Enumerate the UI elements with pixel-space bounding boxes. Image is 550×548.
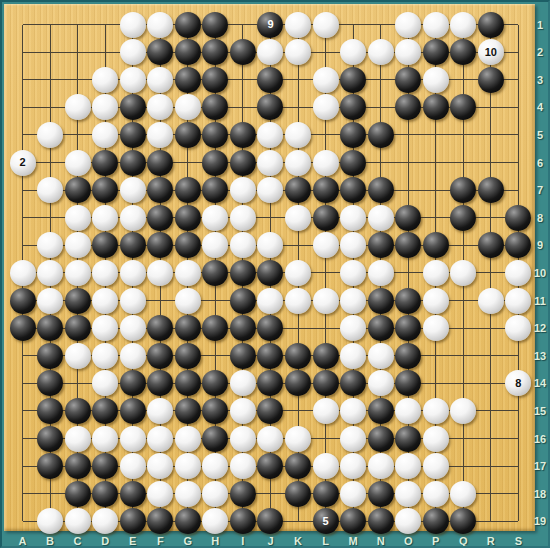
white-stone-J6[interactable] (257, 150, 283, 176)
black-stone-H6[interactable] (202, 150, 228, 176)
white-stone-I15[interactable] (230, 398, 256, 424)
white-stone-J7[interactable] (257, 177, 283, 203)
black-stone-Q8[interactable] (450, 205, 476, 231)
white-stone-J9[interactable] (257, 232, 283, 258)
white-stone-I16[interactable] (230, 426, 256, 452)
col-label-A: A (13, 535, 33, 547)
white-stone-Q10[interactable] (450, 260, 476, 286)
black-stone-B16[interactable] (37, 426, 63, 452)
white-stone-P3[interactable] (423, 67, 449, 93)
row-label-16: 16 (530, 433, 550, 445)
row-label-13: 13 (530, 350, 550, 362)
white-stone-E12[interactable] (120, 315, 146, 341)
black-stone-C17[interactable] (65, 453, 91, 479)
white-stone-G18[interactable] (175, 481, 201, 507)
white-stone-L4[interactable] (313, 94, 339, 120)
black-stone-N9[interactable] (368, 232, 394, 258)
black-stone-N12[interactable] (368, 315, 394, 341)
white-stone-K16[interactable] (285, 426, 311, 452)
white-stone-E13[interactable] (120, 343, 146, 369)
col-label-I: I (233, 535, 253, 547)
black-stone-M14[interactable] (340, 370, 366, 396)
white-stone-J16[interactable] (257, 426, 283, 452)
white-stone-E11[interactable] (120, 288, 146, 314)
black-stone-H1[interactable] (202, 12, 228, 38)
white-stone-O15[interactable] (395, 398, 421, 424)
white-stone-D4[interactable] (92, 94, 118, 120)
grid-line-vertical (490, 25, 491, 522)
white-stone-D11[interactable] (92, 288, 118, 314)
white-stone-C10[interactable] (65, 260, 91, 286)
black-stone-R9[interactable] (478, 232, 504, 258)
black-stone-J13[interactable] (257, 343, 283, 369)
white-stone-B7[interactable] (37, 177, 63, 203)
black-stone-P2[interactable] (423, 39, 449, 65)
row-label-5: 5 (530, 129, 550, 141)
black-stone-Q19[interactable] (450, 508, 476, 534)
white-stone-H8[interactable] (202, 205, 228, 231)
white-stone-F4[interactable] (147, 94, 173, 120)
black-stone-F8[interactable] (147, 205, 173, 231)
white-stone-O1[interactable] (395, 12, 421, 38)
row-label-4: 4 (530, 101, 550, 113)
white-stone-N14[interactable] (368, 370, 394, 396)
black-stone-I12[interactable] (230, 315, 256, 341)
black-stone-B14[interactable] (37, 370, 63, 396)
black-stone-J10[interactable] (257, 260, 283, 286)
white-stone-B9[interactable] (37, 232, 63, 258)
black-stone-G12[interactable] (175, 315, 201, 341)
col-label-K: K (288, 535, 308, 547)
row-label-10: 10 (530, 267, 550, 279)
black-stone-J15[interactable] (257, 398, 283, 424)
black-stone-B15[interactable] (37, 398, 63, 424)
white-stone-C9[interactable] (65, 232, 91, 258)
move-number-label: 10 (485, 47, 497, 58)
black-stone-B13[interactable] (37, 343, 63, 369)
white-stone-S12[interactable] (505, 315, 531, 341)
white-stone-M10[interactable] (340, 260, 366, 286)
white-stone-E8[interactable] (120, 205, 146, 231)
col-label-E: E (123, 535, 143, 547)
white-stone-L3[interactable] (313, 67, 339, 93)
white-stone-D13[interactable] (92, 343, 118, 369)
white-stone-Q18[interactable] (450, 481, 476, 507)
black-stone-A12[interactable] (10, 315, 36, 341)
white-stone-G10[interactable] (175, 260, 201, 286)
white-stone-J2[interactable] (257, 39, 283, 65)
white-stone-D16[interactable] (92, 426, 118, 452)
white-stone-H17[interactable] (202, 453, 228, 479)
white-stone-M13[interactable] (340, 343, 366, 369)
white-stone-L15[interactable] (313, 398, 339, 424)
white-stone-S11[interactable] (505, 288, 531, 314)
black-stone-H12[interactable] (202, 315, 228, 341)
black-stone-F9[interactable] (147, 232, 173, 258)
black-stone-G15[interactable] (175, 398, 201, 424)
black-stone-M4[interactable] (340, 94, 366, 120)
black-stone-H3[interactable] (202, 67, 228, 93)
black-stone-K18[interactable] (285, 481, 311, 507)
black-stone-D18[interactable] (92, 481, 118, 507)
white-stone-M16[interactable] (340, 426, 366, 452)
black-stone-E4[interactable] (120, 94, 146, 120)
white-stone-F3[interactable] (147, 67, 173, 93)
black-stone-D15[interactable] (92, 398, 118, 424)
white-stone-K2[interactable] (285, 39, 311, 65)
black-stone-J1[interactable]: 9 (257, 12, 283, 38)
black-stone-J3[interactable] (257, 67, 283, 93)
black-stone-H2[interactable] (202, 39, 228, 65)
white-stone-Q15[interactable] (450, 398, 476, 424)
black-stone-S8[interactable] (505, 205, 531, 231)
white-stone-J11[interactable] (257, 288, 283, 314)
white-stone-F5[interactable] (147, 122, 173, 148)
black-stone-N5[interactable] (368, 122, 394, 148)
white-stone-K8[interactable] (285, 205, 311, 231)
black-stone-E15[interactable] (120, 398, 146, 424)
black-stone-F7[interactable] (147, 177, 173, 203)
white-stone-E2[interactable] (120, 39, 146, 65)
white-stone-M11[interactable] (340, 288, 366, 314)
black-stone-H7[interactable] (202, 177, 228, 203)
white-stone-H18[interactable] (202, 481, 228, 507)
black-stone-G8[interactable] (175, 205, 201, 231)
white-stone-F1[interactable] (147, 12, 173, 38)
white-stone-N17[interactable] (368, 453, 394, 479)
black-stone-E9[interactable] (120, 232, 146, 258)
move-number-label: 2 (19, 157, 25, 168)
white-stone-M15[interactable] (340, 398, 366, 424)
black-stone-K14[interactable] (285, 370, 311, 396)
col-label-D: D (95, 535, 115, 547)
white-stone-P18[interactable] (423, 481, 449, 507)
white-stone-S14[interactable]: 8 (505, 370, 531, 396)
white-stone-I7[interactable] (230, 177, 256, 203)
black-stone-C18[interactable] (65, 481, 91, 507)
black-stone-G13[interactable] (175, 343, 201, 369)
white-stone-D12[interactable] (92, 315, 118, 341)
white-stone-N13[interactable] (368, 343, 394, 369)
black-stone-C15[interactable] (65, 398, 91, 424)
white-stone-F10[interactable] (147, 260, 173, 286)
white-stone-M18[interactable] (340, 481, 366, 507)
white-stone-C16[interactable] (65, 426, 91, 452)
white-stone-K1[interactable] (285, 12, 311, 38)
black-stone-N11[interactable] (368, 288, 394, 314)
row-label-12: 12 (530, 322, 550, 334)
white-stone-I9[interactable] (230, 232, 256, 258)
black-stone-K7[interactable] (285, 177, 311, 203)
col-label-O: O (398, 535, 418, 547)
black-stone-N18[interactable] (368, 481, 394, 507)
white-stone-G16[interactable] (175, 426, 201, 452)
row-label-6: 6 (530, 157, 550, 169)
black-stone-E14[interactable] (120, 370, 146, 396)
row-label-11: 11 (530, 295, 550, 307)
black-stone-E18[interactable] (120, 481, 146, 507)
black-stone-G5[interactable] (175, 122, 201, 148)
black-stone-P4[interactable] (423, 94, 449, 120)
white-stone-C19[interactable] (65, 508, 91, 534)
black-stone-B17[interactable] (37, 453, 63, 479)
black-stone-F2[interactable] (147, 39, 173, 65)
black-stone-O14[interactable] (395, 370, 421, 396)
black-stone-H4[interactable] (202, 94, 228, 120)
black-stone-Q2[interactable] (450, 39, 476, 65)
white-stone-G11[interactable] (175, 288, 201, 314)
white-stone-L1[interactable] (313, 12, 339, 38)
black-stone-O9[interactable] (395, 232, 421, 258)
white-stone-M9[interactable] (340, 232, 366, 258)
black-stone-I10[interactable] (230, 260, 256, 286)
black-stone-J12[interactable] (257, 315, 283, 341)
white-stone-R2[interactable]: 10 (478, 39, 504, 65)
black-stone-J4[interactable] (257, 94, 283, 120)
black-stone-M7[interactable] (340, 177, 366, 203)
white-stone-M2[interactable] (340, 39, 366, 65)
black-stone-I2[interactable] (230, 39, 256, 65)
black-stone-O3[interactable] (395, 67, 421, 93)
black-stone-P9[interactable] (423, 232, 449, 258)
white-stone-H9[interactable] (202, 232, 228, 258)
black-stone-N7[interactable] (368, 177, 394, 203)
white-stone-C4[interactable] (65, 94, 91, 120)
white-stone-M17[interactable] (340, 453, 366, 479)
black-stone-G3[interactable] (175, 67, 201, 93)
white-stone-C13[interactable] (65, 343, 91, 369)
white-stone-B10[interactable] (37, 260, 63, 286)
white-stone-J5[interactable] (257, 122, 283, 148)
white-stone-E16[interactable] (120, 426, 146, 452)
white-stone-L6[interactable] (313, 150, 339, 176)
white-stone-D10[interactable] (92, 260, 118, 286)
black-stone-G19[interactable] (175, 508, 201, 534)
col-label-F: F (150, 535, 170, 547)
black-stone-N16[interactable] (368, 426, 394, 452)
black-stone-N19[interactable] (368, 508, 394, 534)
col-label-R: R (481, 535, 501, 547)
white-stone-E17[interactable] (120, 453, 146, 479)
white-stone-O17[interactable] (395, 453, 421, 479)
black-stone-I18[interactable] (230, 481, 256, 507)
row-label-19: 19 (530, 515, 550, 527)
black-stone-L8[interactable] (313, 205, 339, 231)
black-stone-I13[interactable] (230, 343, 256, 369)
white-stone-L11[interactable] (313, 288, 339, 314)
black-stone-D9[interactable] (92, 232, 118, 258)
black-stone-R7[interactable] (478, 177, 504, 203)
white-stone-P10[interactable] (423, 260, 449, 286)
white-stone-E10[interactable] (120, 260, 146, 286)
white-stone-P11[interactable] (423, 288, 449, 314)
black-stone-H15[interactable] (202, 398, 228, 424)
black-stone-R1[interactable] (478, 12, 504, 38)
white-stone-A10[interactable] (10, 260, 36, 286)
row-label-15: 15 (530, 405, 550, 417)
black-stone-N15[interactable] (368, 398, 394, 424)
black-stone-G2[interactable] (175, 39, 201, 65)
black-stone-C11[interactable] (65, 288, 91, 314)
black-stone-J14[interactable] (257, 370, 283, 396)
black-stone-S9[interactable] (505, 232, 531, 258)
black-stone-I11[interactable] (230, 288, 256, 314)
black-stone-G7[interactable] (175, 177, 201, 203)
col-label-L: L (316, 535, 336, 547)
white-stone-N10[interactable] (368, 260, 394, 286)
row-label-17: 17 (530, 460, 550, 472)
white-stone-K11[interactable] (285, 288, 311, 314)
white-stone-N8[interactable] (368, 205, 394, 231)
black-stone-R3[interactable] (478, 67, 504, 93)
white-stone-E1[interactable] (120, 12, 146, 38)
white-stone-N2[interactable] (368, 39, 394, 65)
move-number-label: 9 (267, 19, 273, 30)
col-label-N: N (371, 535, 391, 547)
go-board[interactable]: 910285 (4, 4, 535, 531)
white-stone-G17[interactable] (175, 453, 201, 479)
white-stone-D5[interactable] (92, 122, 118, 148)
black-stone-K17[interactable] (285, 453, 311, 479)
white-stone-O2[interactable] (395, 39, 421, 65)
white-stone-I14[interactable] (230, 370, 256, 396)
row-label-3: 3 (530, 74, 550, 86)
col-label-P: P (426, 535, 446, 547)
black-stone-L7[interactable] (313, 177, 339, 203)
black-stone-L14[interactable] (313, 370, 339, 396)
white-stone-O18[interactable] (395, 481, 421, 507)
row-label-2: 2 (530, 46, 550, 58)
white-stone-C6[interactable] (65, 150, 91, 176)
white-stone-D14[interactable] (92, 370, 118, 396)
black-stone-E6[interactable] (120, 150, 146, 176)
white-stone-F15[interactable] (147, 398, 173, 424)
black-stone-C7[interactable] (65, 177, 91, 203)
black-stone-M19[interactable] (340, 508, 366, 534)
white-stone-S10[interactable] (505, 260, 531, 286)
black-stone-O12[interactable] (395, 315, 421, 341)
black-stone-J17[interactable] (257, 453, 283, 479)
row-label-8: 8 (530, 212, 550, 224)
col-label-C: C (68, 535, 88, 547)
col-label-G: G (178, 535, 198, 547)
black-stone-O13[interactable] (395, 343, 421, 369)
white-stone-H19[interactable] (202, 508, 228, 534)
black-stone-I19[interactable] (230, 508, 256, 534)
white-stone-E3[interactable] (120, 67, 146, 93)
white-stone-A6[interactable]: 2 (10, 150, 36, 176)
black-stone-F6[interactable] (147, 150, 173, 176)
black-stone-O16[interactable] (395, 426, 421, 452)
black-stone-B12[interactable] (37, 315, 63, 341)
row-label-1: 1 (530, 19, 550, 31)
white-stone-D19[interactable] (92, 508, 118, 534)
white-stone-B11[interactable] (37, 288, 63, 314)
black-stone-D6[interactable] (92, 150, 118, 176)
black-stone-D17[interactable] (92, 453, 118, 479)
black-stone-K13[interactable] (285, 343, 311, 369)
black-stone-O8[interactable] (395, 205, 421, 231)
black-stone-H10[interactable] (202, 260, 228, 286)
white-stone-G4[interactable] (175, 94, 201, 120)
col-label-S: S (508, 535, 528, 547)
white-stone-P15[interactable] (423, 398, 449, 424)
black-stone-H16[interactable] (202, 426, 228, 452)
black-stone-M6[interactable] (340, 150, 366, 176)
white-stone-D8[interactable] (92, 205, 118, 231)
white-stone-M12[interactable] (340, 315, 366, 341)
white-stone-M8[interactable] (340, 205, 366, 231)
row-label-14: 14 (530, 377, 550, 389)
black-stone-I5[interactable] (230, 122, 256, 148)
white-stone-I17[interactable] (230, 453, 256, 479)
white-stone-P12[interactable] (423, 315, 449, 341)
white-stone-P1[interactable] (423, 12, 449, 38)
white-stone-K5[interactable] (285, 122, 311, 148)
white-stone-D3[interactable] (92, 67, 118, 93)
white-stone-C8[interactable] (65, 205, 91, 231)
white-stone-L9[interactable] (313, 232, 339, 258)
white-stone-F17[interactable] (147, 453, 173, 479)
black-stone-L18[interactable] (313, 481, 339, 507)
white-stone-O19[interactable] (395, 508, 421, 534)
black-stone-F12[interactable] (147, 315, 173, 341)
white-stone-K10[interactable] (285, 260, 311, 286)
black-stone-H5[interactable] (202, 122, 228, 148)
white-stone-E7[interactable] (120, 177, 146, 203)
black-stone-Q4[interactable] (450, 94, 476, 120)
black-stone-G14[interactable] (175, 370, 201, 396)
go-game-window: 910285 ABCDEFGHIJKLMNOPQRS 1234567891011… (0, 0, 550, 548)
black-stone-Q7[interactable] (450, 177, 476, 203)
black-stone-G9[interactable] (175, 232, 201, 258)
black-stone-F13[interactable] (147, 343, 173, 369)
white-stone-I8[interactable] (230, 205, 256, 231)
white-stone-P16[interactable] (423, 426, 449, 452)
black-stone-O4[interactable] (395, 94, 421, 120)
white-stone-B5[interactable] (37, 122, 63, 148)
row-label-18: 18 (530, 488, 550, 500)
white-stone-F16[interactable] (147, 426, 173, 452)
black-stone-M5[interactable] (340, 122, 366, 148)
black-stone-F14[interactable] (147, 370, 173, 396)
col-label-J: J (260, 535, 280, 547)
black-stone-J19[interactable] (257, 508, 283, 534)
black-stone-E19[interactable] (120, 508, 146, 534)
black-stone-A11[interactable] (10, 288, 36, 314)
black-stone-D7[interactable] (92, 177, 118, 203)
black-stone-H14[interactable] (202, 370, 228, 396)
white-stone-Q1[interactable] (450, 12, 476, 38)
black-stone-L13[interactable] (313, 343, 339, 369)
white-stone-P17[interactable] (423, 453, 449, 479)
black-stone-E5[interactable] (120, 122, 146, 148)
black-stone-O11[interactable] (395, 288, 421, 314)
white-stone-R11[interactable] (478, 288, 504, 314)
black-stone-F19[interactable] (147, 508, 173, 534)
black-stone-L19[interactable]: 5 (313, 508, 339, 534)
move-number-label: 5 (322, 516, 328, 527)
white-stone-F18[interactable] (147, 481, 173, 507)
white-stone-K6[interactable] (285, 150, 311, 176)
black-stone-I6[interactable] (230, 150, 256, 176)
white-stone-L17[interactable] (313, 453, 339, 479)
white-stone-B19[interactable] (37, 508, 63, 534)
black-stone-G1[interactable] (175, 12, 201, 38)
black-stone-P19[interactable] (423, 508, 449, 534)
black-stone-M3[interactable] (340, 67, 366, 93)
black-stone-C12[interactable] (65, 315, 91, 341)
